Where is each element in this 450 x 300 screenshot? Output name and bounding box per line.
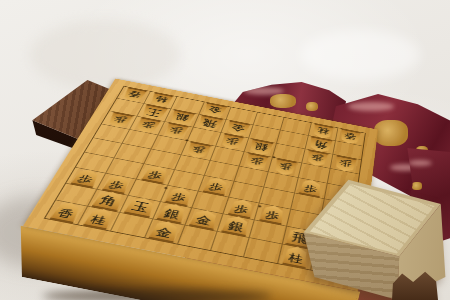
square-89: 桂 — [78, 207, 120, 231]
piece-kanji: 香 — [55, 208, 75, 221]
bag-shine — [408, 160, 432, 166]
piece-black-pawn[interactable]: 歩 — [202, 176, 230, 197]
shogi-photo-scene: 香桂金桂香王銀飛金角歩歩歩歩銀歩歩歩歩歩歩歩歩歩歩歩歩歩歩角玉銀金銀飛香桂金桂香 — [0, 0, 450, 300]
piece-black-pawn[interactable]: 歩 — [259, 204, 287, 226]
square-49 — [211, 232, 250, 257]
square-87: 歩 — [97, 174, 137, 196]
piece-kanji: 香 — [344, 131, 357, 141]
piece-kanji: 歩 — [310, 152, 324, 163]
piece-kanji: 歩 — [107, 180, 125, 192]
square-57 — [192, 192, 229, 215]
square-56: 歩 — [198, 176, 234, 198]
square-76: 歩 — [137, 164, 175, 185]
square-39 — [245, 238, 283, 263]
square-86 — [106, 158, 144, 179]
piece-kanji: 歩 — [233, 204, 250, 217]
square-38 — [250, 220, 287, 244]
square-59 — [178, 226, 217, 251]
piece-kanji: 歩 — [146, 170, 163, 182]
square-96 — [76, 152, 115, 173]
piece-kanji: 王 — [146, 106, 164, 117]
piece-black-silver[interactable]: 銀 — [220, 214, 251, 237]
piece-kanji: 銀 — [226, 220, 244, 234]
piece-black-pawn[interactable]: 歩 — [70, 168, 102, 189]
piece-black-pawn[interactable]: 歩 — [141, 164, 171, 184]
piece-kanji: 歩 — [191, 144, 207, 155]
piece-kanji: 金 — [207, 104, 223, 114]
piece-kanji: 桂 — [154, 94, 169, 104]
piece-kanji: 桂 — [317, 125, 330, 135]
piece-kanji: 歩 — [278, 160, 293, 171]
piece-kanji: 飛 — [201, 117, 218, 128]
piece-black-gold[interactable]: 金 — [147, 219, 181, 244]
piece-black-pawn[interactable]: 歩 — [101, 174, 133, 195]
square-48: 銀 — [218, 214, 255, 238]
square-97: 歩 — [66, 168, 106, 190]
piece-kanji: 香 — [127, 89, 143, 98]
piece-kanji: 銀 — [253, 141, 269, 152]
square-99: 香 — [45, 200, 88, 224]
star-point — [164, 187, 168, 190]
piece-kanji: 歩 — [207, 182, 224, 194]
square-46 — [229, 182, 264, 204]
piece-black-silver[interactable]: 銀 — [156, 202, 189, 225]
piece-kanji: 桂 — [88, 214, 108, 228]
piece-kanji: 歩 — [264, 210, 280, 223]
piece-kanji: 銀 — [174, 112, 191, 123]
piece-black-gold[interactable]: 金 — [188, 208, 220, 231]
piece-kanji: 金 — [230, 122, 246, 133]
square-37: 歩 — [255, 203, 291, 226]
square-79 — [112, 213, 153, 237]
star-point — [258, 205, 262, 208]
piece-kanji: 歩 — [170, 192, 188, 205]
board-edge-shadow — [42, 289, 272, 300]
piece-kanji: 銀 — [162, 208, 181, 222]
piece-black-bishop[interactable]: 角 — [90, 189, 126, 212]
piece-black-pawn[interactable]: 歩 — [227, 198, 255, 220]
piece-kanji: 歩 — [225, 135, 240, 146]
piece-black-knight[interactable]: 桂 — [82, 207, 116, 231]
piece-kanji: 歩 — [169, 124, 185, 134]
square-66 — [168, 170, 205, 192]
piece-kanji: 歩 — [112, 114, 129, 124]
piece-kanji: 歩 — [249, 155, 264, 166]
square-58: 金 — [185, 208, 223, 232]
square-47: 歩 — [224, 198, 260, 221]
square-98 — [56, 184, 98, 207]
piece-kanji: 歩 — [76, 174, 95, 186]
wooden-piece-box — [296, 172, 450, 300]
piece-black-lance[interactable]: 香 — [49, 200, 84, 224]
piece-kanji: 金 — [194, 214, 213, 228]
piece-kanji: 角 — [97, 194, 119, 209]
piece-black-king[interactable]: 玉 — [123, 196, 158, 219]
piece-kanji: 角 — [312, 138, 328, 150]
square-69: 金 — [145, 219, 185, 244]
piece-kanji: 歩 — [339, 157, 353, 168]
square-77 — [129, 180, 168, 202]
square-36 — [260, 187, 295, 209]
piece-kanji: 玉 — [129, 201, 150, 216]
square-68: 銀 — [153, 202, 192, 226]
square-67: 歩 — [160, 186, 198, 209]
square-78: 玉 — [121, 196, 161, 219]
piece-black-pawn[interactable]: 歩 — [164, 186, 194, 208]
square-88: 角 — [88, 190, 129, 213]
piece-kanji: 金 — [154, 226, 174, 241]
piece-kanji: 歩 — [140, 119, 156, 129]
